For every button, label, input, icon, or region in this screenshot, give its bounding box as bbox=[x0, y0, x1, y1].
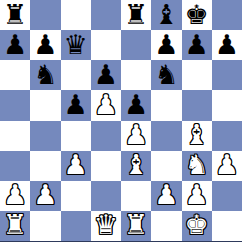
piece-white-pawn: ♟ bbox=[154, 181, 178, 208]
square-c1[interactable] bbox=[61, 211, 91, 241]
square-b5[interactable] bbox=[30, 90, 60, 120]
piece-white-pawn: ♟ bbox=[3, 181, 27, 208]
square-h7[interactable]: ♟ bbox=[212, 30, 242, 60]
piece-white-bishop: ♝ bbox=[185, 121, 209, 148]
square-c5[interactable]: ♟ bbox=[61, 90, 91, 120]
piece-black-queen: ♛ bbox=[64, 31, 88, 58]
piece-black-knight: ♞ bbox=[154, 61, 178, 88]
piece-white-pawn: ♟ bbox=[124, 121, 148, 148]
square-d2[interactable] bbox=[91, 181, 121, 211]
square-c6[interactable] bbox=[61, 60, 91, 90]
square-h6[interactable] bbox=[212, 60, 242, 90]
square-b8[interactable] bbox=[30, 0, 60, 30]
square-a3[interactable] bbox=[0, 151, 30, 181]
piece-black-pawn: ♟ bbox=[3, 31, 27, 58]
piece-white-rook: ♜ bbox=[124, 211, 148, 238]
square-g5[interactable] bbox=[182, 90, 212, 120]
piece-white-pawn: ♟ bbox=[33, 181, 57, 208]
square-f5[interactable] bbox=[151, 90, 181, 120]
piece-white-rook: ♜ bbox=[3, 211, 27, 238]
square-a7[interactable]: ♟ bbox=[0, 30, 30, 60]
square-h8[interactable] bbox=[212, 0, 242, 30]
square-c3[interactable]: ♟ bbox=[61, 151, 91, 181]
square-e1[interactable]: ♜ bbox=[121, 211, 151, 241]
piece-black-pawn: ♟ bbox=[124, 91, 148, 118]
square-f8[interactable]: ♝ bbox=[151, 0, 181, 30]
square-f2[interactable]: ♟ bbox=[151, 181, 181, 211]
square-f6[interactable]: ♞ bbox=[151, 60, 181, 90]
square-d6[interactable]: ♟ bbox=[91, 60, 121, 90]
piece-black-rook: ♜ bbox=[3, 1, 27, 28]
piece-black-pawn: ♟ bbox=[94, 61, 118, 88]
square-a6[interactable] bbox=[0, 60, 30, 90]
square-g8[interactable]: ♚ bbox=[182, 0, 212, 30]
square-c4[interactable] bbox=[61, 121, 91, 151]
square-f3[interactable] bbox=[151, 151, 181, 181]
piece-white-king: ♚ bbox=[185, 211, 209, 238]
square-a5[interactable] bbox=[0, 90, 30, 120]
piece-white-queen: ♛ bbox=[94, 211, 118, 238]
piece-black-bishop: ♝ bbox=[154, 1, 178, 28]
piece-black-knight: ♞ bbox=[33, 61, 57, 88]
square-e3[interactable]: ♝ bbox=[121, 151, 151, 181]
square-b7[interactable]: ♟ bbox=[30, 30, 60, 60]
square-g1[interactable]: ♚ bbox=[182, 211, 212, 241]
piece-white-pawn: ♟ bbox=[64, 151, 88, 178]
square-g6[interactable] bbox=[182, 60, 212, 90]
square-f7[interactable]: ♟ bbox=[151, 30, 181, 60]
square-b1[interactable] bbox=[30, 211, 60, 241]
square-d1[interactable]: ♛ bbox=[91, 211, 121, 241]
piece-white-pawn: ♟ bbox=[215, 151, 239, 178]
square-e2[interactable] bbox=[121, 181, 151, 211]
square-a4[interactable] bbox=[0, 121, 30, 151]
piece-black-pawn: ♟ bbox=[154, 31, 178, 58]
square-g3[interactable]: ♞ bbox=[182, 151, 212, 181]
piece-black-pawn: ♟ bbox=[33, 31, 57, 58]
piece-black-pawn: ♟ bbox=[185, 31, 209, 58]
square-e8[interactable]: ♜ bbox=[121, 0, 151, 30]
piece-black-rook: ♜ bbox=[124, 1, 148, 28]
square-h3[interactable]: ♟ bbox=[212, 151, 242, 181]
piece-black-pawn: ♟ bbox=[64, 91, 88, 118]
square-e5[interactable]: ♟ bbox=[121, 90, 151, 120]
square-e4[interactable]: ♟ bbox=[121, 121, 151, 151]
square-b3[interactable] bbox=[30, 151, 60, 181]
square-g7[interactable]: ♟ bbox=[182, 30, 212, 60]
square-a8[interactable]: ♜ bbox=[0, 0, 30, 30]
square-b4[interactable] bbox=[30, 121, 60, 151]
square-d5[interactable]: ♟ bbox=[91, 90, 121, 120]
square-b2[interactable]: ♟ bbox=[30, 181, 60, 211]
square-h4[interactable] bbox=[212, 121, 242, 151]
square-h5[interactable] bbox=[212, 90, 242, 120]
square-h2[interactable] bbox=[212, 181, 242, 211]
square-d7[interactable] bbox=[91, 30, 121, 60]
piece-white-bishop: ♝ bbox=[124, 151, 148, 178]
square-d8[interactable] bbox=[91, 0, 121, 30]
piece-white-pawn: ♟ bbox=[185, 181, 209, 208]
square-f4[interactable] bbox=[151, 121, 181, 151]
square-f1[interactable] bbox=[151, 211, 181, 241]
square-h1[interactable] bbox=[212, 211, 242, 241]
piece-black-pawn: ♟ bbox=[215, 31, 239, 58]
square-d4[interactable] bbox=[91, 121, 121, 151]
square-c7[interactable]: ♛ bbox=[61, 30, 91, 60]
chess-board: ♜♜♝♚♟♟♛♟♟♟♞♟♞♟♟♟♟♝♟♝♞♟♟♟♟♟♜♛♜♚ bbox=[0, 0, 242, 242]
square-g2[interactable]: ♟ bbox=[182, 181, 212, 211]
square-a1[interactable]: ♜ bbox=[0, 211, 30, 241]
square-c8[interactable] bbox=[61, 0, 91, 30]
square-a2[interactable]: ♟ bbox=[0, 181, 30, 211]
square-d3[interactable] bbox=[91, 151, 121, 181]
square-b6[interactable]: ♞ bbox=[30, 60, 60, 90]
square-c2[interactable] bbox=[61, 181, 91, 211]
square-e7[interactable] bbox=[121, 30, 151, 60]
piece-white-knight: ♞ bbox=[185, 151, 209, 178]
piece-white-pawn: ♟ bbox=[94, 91, 118, 118]
piece-black-king: ♚ bbox=[185, 1, 209, 28]
square-e6[interactable] bbox=[121, 60, 151, 90]
square-g4[interactable]: ♝ bbox=[182, 121, 212, 151]
